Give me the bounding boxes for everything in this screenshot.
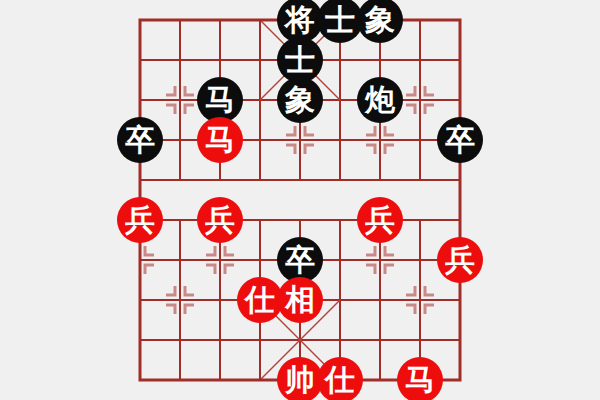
piece-red-soldier[interactable]: 兵 [357, 197, 403, 243]
pieces-layer: 将士象士马象炮卒马卒兵兵兵卒兵仕相帅仕马 [0, 0, 600, 400]
xiangqi-screen: 将士象士马象炮卒马卒兵兵兵卒兵仕相帅仕马 [0, 0, 600, 400]
piece-red-elephant[interactable]: 相 [277, 277, 323, 323]
piece-black-elephant[interactable]: 象 [357, 0, 403, 43]
piece-black-soldier[interactable]: 卒 [117, 117, 163, 163]
piece-red-advisor[interactable]: 仕 [317, 357, 363, 400]
piece-black-cannon[interactable]: 炮 [357, 77, 403, 123]
piece-red-soldier[interactable]: 兵 [437, 237, 483, 283]
piece-red-horse[interactable]: 马 [197, 117, 243, 163]
piece-red-soldier[interactable]: 兵 [197, 197, 243, 243]
piece-black-soldier[interactable]: 卒 [437, 117, 483, 163]
piece-black-elephant[interactable]: 象 [277, 77, 323, 123]
piece-red-horse[interactable]: 马 [397, 357, 443, 400]
piece-red-soldier[interactable]: 兵 [117, 197, 163, 243]
